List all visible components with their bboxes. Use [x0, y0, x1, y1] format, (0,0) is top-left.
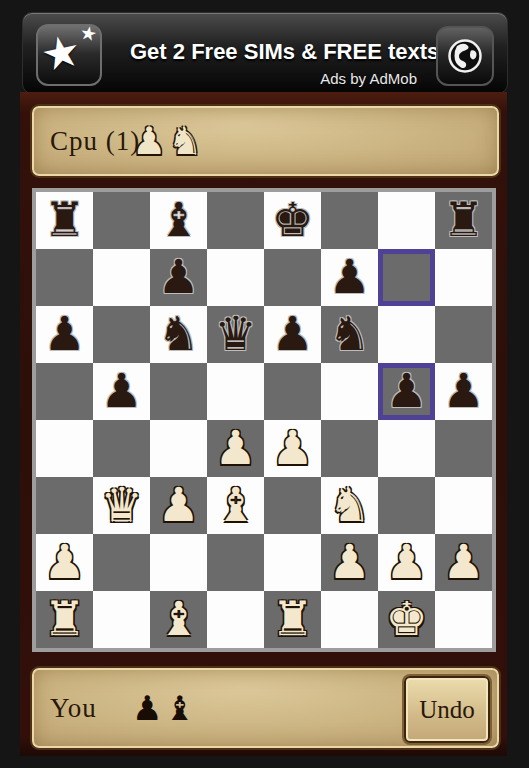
black-pawn: ♟	[378, 363, 435, 420]
white-queen: ♛	[93, 477, 150, 534]
square-f6[interactable]: ♞	[321, 306, 378, 363]
square-d3[interactable]: ♝	[207, 477, 264, 534]
square-c3[interactable]: ♟	[150, 477, 207, 534]
square-e1[interactable]: ♜	[264, 591, 321, 648]
square-e3[interactable]	[264, 477, 321, 534]
square-b7[interactable]	[93, 249, 150, 306]
ad-attribution: Ads by AdMob	[320, 70, 417, 87]
square-c6[interactable]: ♞	[150, 306, 207, 363]
square-f8[interactable]	[321, 192, 378, 249]
white-king: ♚	[378, 591, 435, 648]
captured-black-bishop: ♝	[164, 691, 194, 725]
square-c1[interactable]: ♝	[150, 591, 207, 648]
black-knight: ♞	[150, 306, 207, 363]
square-a5[interactable]	[36, 363, 93, 420]
square-e2[interactable]	[264, 534, 321, 591]
square-g3[interactable]	[378, 477, 435, 534]
square-d4[interactable]: ♟	[207, 420, 264, 477]
white-bishop: ♝	[207, 477, 264, 534]
square-a6[interactable]: ♟	[36, 306, 93, 363]
square-a4[interactable]	[36, 420, 93, 477]
square-e8[interactable]: ♚	[264, 192, 321, 249]
white-pawn: ♟	[378, 534, 435, 591]
white-pawn: ♟	[435, 534, 492, 591]
cpu-captured-tray: ♟♞	[132, 106, 204, 176]
square-g8[interactable]	[378, 192, 435, 249]
big-star-glyph: ★	[36, 23, 85, 81]
square-c7[interactable]: ♟	[150, 249, 207, 306]
captured-white-pawn: ♟	[132, 122, 166, 160]
square-h3[interactable]	[435, 477, 492, 534]
square-b8[interactable]	[93, 192, 150, 249]
white-knight: ♞	[321, 477, 378, 534]
square-h7[interactable]	[435, 249, 492, 306]
square-d7[interactable]	[207, 249, 264, 306]
black-queen: ♛	[207, 306, 264, 363]
ad-title[interactable]: Get 2 Free SIMs & FREE texts!	[130, 39, 447, 65]
globe-glyph	[446, 37, 484, 75]
small-star-glyph: ★	[78, 21, 99, 46]
square-e6[interactable]: ♟	[264, 306, 321, 363]
square-h2[interactable]: ♟	[435, 534, 492, 591]
square-f3[interactable]: ♞	[321, 477, 378, 534]
game-frame: Cpu (1) ♟♞ ♜♝♚♜♟♟♟♞♛♟♞♟♟♟♟♟♛♟♝♞♟♟♟♟♜♝♜♚ …	[20, 92, 507, 756]
captured-white-knight: ♞	[168, 122, 202, 160]
square-d6[interactable]: ♛	[207, 306, 264, 363]
black-rook: ♜	[435, 192, 492, 249]
square-a2[interactable]: ♟	[36, 534, 93, 591]
square-d8[interactable]	[207, 192, 264, 249]
undo-button[interactable]: Undo	[404, 676, 490, 743]
square-b3[interactable]: ♛	[93, 477, 150, 534]
square-h8[interactable]: ♜	[435, 192, 492, 249]
square-g7[interactable]	[378, 249, 435, 306]
square-g2[interactable]: ♟	[378, 534, 435, 591]
square-d1[interactable]	[207, 591, 264, 648]
square-g1[interactable]: ♚	[378, 591, 435, 648]
captured-black-pawn: ♟	[132, 691, 162, 725]
square-b1[interactable]	[93, 591, 150, 648]
square-d2[interactable]	[207, 534, 264, 591]
black-pawn: ♟	[93, 363, 150, 420]
square-h6[interactable]	[435, 306, 492, 363]
white-pawn: ♟	[321, 534, 378, 591]
black-knight: ♞	[321, 306, 378, 363]
board-frame: ♜♝♚♜♟♟♟♞♛♟♞♟♟♟♟♟♛♟♝♞♟♟♟♟♜♝♜♚	[32, 188, 496, 652]
square-e5[interactable]	[264, 363, 321, 420]
black-rook: ♜	[36, 192, 93, 249]
square-c5[interactable]	[150, 363, 207, 420]
star-icon[interactable]: ★ ★	[36, 24, 102, 86]
square-b6[interactable]	[93, 306, 150, 363]
you-captured-tray: ♟♝	[132, 668, 197, 748]
white-pawn: ♟	[36, 534, 93, 591]
black-pawn: ♟	[435, 363, 492, 420]
square-f5[interactable]	[321, 363, 378, 420]
square-b5[interactable]: ♟	[93, 363, 150, 420]
white-rook: ♜	[264, 591, 321, 648]
square-c4[interactable]	[150, 420, 207, 477]
black-pawn: ♟	[150, 249, 207, 306]
square-b2[interactable]	[93, 534, 150, 591]
black-pawn: ♟	[321, 249, 378, 306]
cpu-panel: Cpu (1) ♟♞	[30, 104, 501, 178]
white-pawn: ♟	[264, 420, 321, 477]
square-f1[interactable]	[321, 591, 378, 648]
white-bishop: ♝	[150, 591, 207, 648]
globe-icon[interactable]	[436, 26, 494, 86]
square-e4[interactable]: ♟	[264, 420, 321, 477]
square-a8[interactable]: ♜	[36, 192, 93, 249]
black-bishop: ♝	[150, 192, 207, 249]
undo-button-label: Undo	[419, 696, 475, 724]
cpu-label: Cpu (1)	[50, 126, 140, 157]
square-h5[interactable]: ♟	[435, 363, 492, 420]
black-king: ♚	[264, 192, 321, 249]
you-label: You	[50, 693, 97, 724]
square-f7[interactable]: ♟	[321, 249, 378, 306]
white-pawn: ♟	[207, 420, 264, 477]
square-g4[interactable]	[378, 420, 435, 477]
chess-app-screen: ★ ★ Get 2 Free SIMs & FREE texts! Ads by…	[0, 0, 529, 768]
square-f2[interactable]: ♟	[321, 534, 378, 591]
square-h1[interactable]	[435, 591, 492, 648]
square-a7[interactable]	[36, 249, 93, 306]
square-c2[interactable]	[150, 534, 207, 591]
ad-banner[interactable]: ★ ★ Get 2 Free SIMs & FREE texts! Ads by…	[22, 12, 508, 94]
square-h4[interactable]	[435, 420, 492, 477]
square-f4[interactable]	[321, 420, 378, 477]
black-pawn: ♟	[264, 306, 321, 363]
square-e7[interactable]	[264, 249, 321, 306]
square-g6[interactable]	[378, 306, 435, 363]
square-c8[interactable]: ♝	[150, 192, 207, 249]
square-a1[interactable]: ♜	[36, 591, 93, 648]
square-g5[interactable]: ♟	[378, 363, 435, 420]
white-rook: ♜	[36, 591, 93, 648]
square-b4[interactable]	[93, 420, 150, 477]
you-panel: You ♟♝ Undo	[30, 666, 501, 750]
square-d5[interactable]	[207, 363, 264, 420]
chess-board: ♜♝♚♜♟♟♟♞♛♟♞♟♟♟♟♟♛♟♝♞♟♟♟♟♜♝♜♚	[36, 192, 492, 648]
square-a3[interactable]	[36, 477, 93, 534]
white-pawn: ♟	[150, 477, 207, 534]
black-pawn: ♟	[36, 306, 93, 363]
